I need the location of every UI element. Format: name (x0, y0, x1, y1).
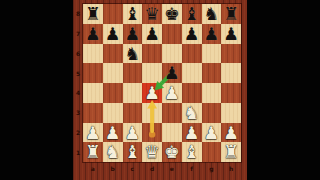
video-frame: 87654321 ♜♝♛♚♝♞♜♟♟♟♟♟♟♟♞♟♟♟♞♟♟♟♟♟♟♜♞♝♛♚♝… (0, 0, 320, 180)
file-label-a: a (83, 162, 103, 175)
file-label-c: c (123, 162, 143, 175)
rank-label-8: 8 (73, 4, 83, 24)
file-label-e: e (162, 162, 182, 175)
white-pawn-c2[interactable]: ♟ (123, 123, 143, 143)
board-panel: 87654321 ♜♝♛♚♝♞♜♟♟♟♟♟♟♟♞♟♟♟♞♟♟♟♟♟♟♜♞♝♛♚♝… (73, 0, 247, 180)
rank-label-5: 5 (73, 63, 83, 83)
black-pawn-b7[interactable]: ♟ (103, 24, 123, 44)
black-pawn-c7[interactable]: ♟ (123, 24, 143, 44)
white-king-e1[interactable]: ♚ (162, 142, 182, 162)
file-label-f: f (182, 162, 202, 175)
chess-board[interactable]: ♜♝♛♚♝♞♜♟♟♟♟♟♟♟♞♟♟♟♞♟♟♟♟♟♟♜♞♝♛♚♝♜ (83, 4, 241, 162)
file-label-h: h (221, 162, 241, 175)
white-rook-a1[interactable]: ♜ (83, 142, 103, 162)
black-queen-d8[interactable]: ♛ (142, 4, 162, 24)
file-labels: abcdefgh (83, 162, 241, 175)
black-pawn-a7[interactable]: ♟ (83, 24, 103, 44)
white-pawn-g2[interactable]: ♟ (202, 123, 222, 143)
black-knight-g8[interactable]: ♞ (202, 4, 222, 24)
rank-label-2: 2 (73, 123, 83, 143)
white-rook-h1[interactable]: ♜ (221, 142, 241, 162)
black-bishop-f8[interactable]: ♝ (182, 4, 202, 24)
white-knight-f3[interactable]: ♞ (182, 103, 202, 123)
white-knight-b1[interactable]: ♞ (103, 142, 123, 162)
white-pawn-d4[interactable]: ♟ (142, 83, 162, 103)
black-pawn-f7[interactable]: ♟ (182, 24, 202, 44)
rank-labels: 87654321 (73, 4, 83, 162)
white-pawn-a2[interactable]: ♟ (83, 123, 103, 143)
black-pawn-d7[interactable]: ♟ (142, 24, 162, 44)
white-queen-d1[interactable]: ♛ (142, 142, 162, 162)
rank-label-3: 3 (73, 103, 83, 123)
white-pawn-e4[interactable]: ♟ (162, 83, 182, 103)
black-king-e8[interactable]: ♚ (162, 4, 182, 24)
rank-label-7: 7 (73, 24, 83, 44)
rank-label-6: 6 (73, 44, 83, 64)
black-pawn-h7[interactable]: ♟ (221, 24, 241, 44)
file-label-g: g (202, 162, 222, 175)
black-pawn-g7[interactable]: ♟ (202, 24, 222, 44)
black-rook-h8[interactable]: ♜ (221, 4, 241, 24)
white-pawn-f2[interactable]: ♟ (182, 123, 202, 143)
white-pawn-b2[interactable]: ♟ (103, 123, 123, 143)
rank-label-1: 1 (73, 142, 83, 162)
white-bishop-c1[interactable]: ♝ (123, 142, 143, 162)
black-bishop-c8[interactable]: ♝ (123, 4, 143, 24)
file-label-d: d (142, 162, 162, 175)
black-rook-a8[interactable]: ♜ (83, 4, 103, 24)
black-pawn-e5[interactable]: ♟ (162, 63, 182, 83)
rank-label-4: 4 (73, 83, 83, 103)
pieces-layer: ♜♝♛♚♝♞♜♟♟♟♟♟♟♟♞♟♟♟♞♟♟♟♟♟♟♜♞♝♛♚♝♜ (83, 4, 241, 162)
black-knight-c6[interactable]: ♞ (123, 44, 143, 64)
white-bishop-f1[interactable]: ♝ (182, 142, 202, 162)
file-label-b: b (103, 162, 123, 175)
white-pawn-h2[interactable]: ♟ (221, 123, 241, 143)
